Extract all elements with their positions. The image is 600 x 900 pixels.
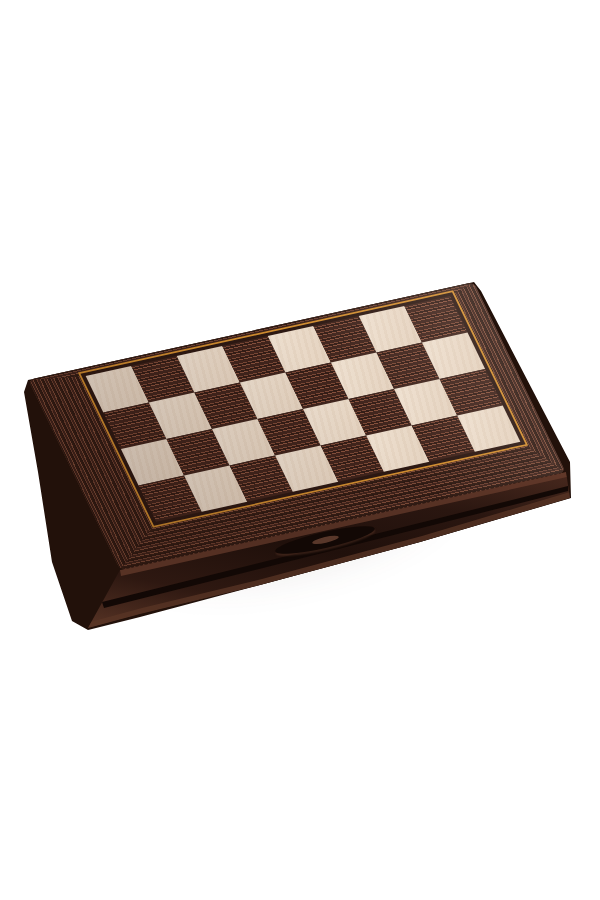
product-photo-chess-case xyxy=(0,0,600,900)
